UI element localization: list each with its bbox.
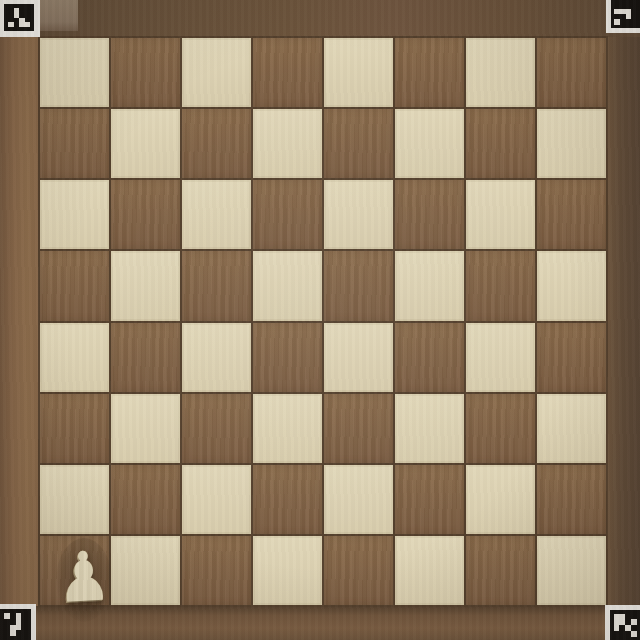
marker-cell [25,22,31,27]
square-c5[interactable] [182,251,251,320]
square-c7[interactable] [182,109,251,178]
square-e4[interactable] [324,323,393,392]
square-g2[interactable] [466,465,535,534]
aruco-marker-top-right-pattern [611,0,640,28]
square-a4[interactable] [40,323,109,392]
aruco-marker-bottom-left [0,604,36,640]
square-e8[interactable] [324,38,393,107]
aruco-marker-bottom-left-pattern [0,609,31,640]
square-b5[interactable] [111,251,180,320]
square-f4[interactable] [395,323,464,392]
square-g8[interactable] [466,38,535,107]
white-pawn[interactable]: ♟ [55,542,112,614]
square-e1[interactable] [324,536,393,605]
square-e5[interactable] [324,251,393,320]
square-c8[interactable] [182,38,251,107]
board-frame-right [607,37,640,606]
square-f6[interactable] [395,180,464,249]
square-h5[interactable] [537,251,606,320]
marker-cell [631,19,637,24]
square-a3[interactable] [40,394,109,463]
square-b1[interactable] [111,536,180,605]
square-f8[interactable] [395,38,464,107]
square-g5[interactable] [466,251,535,320]
square-g1[interactable] [466,536,535,605]
square-f2[interactable] [395,465,464,534]
square-e2[interactable] [324,465,393,534]
square-b4[interactable] [111,323,180,392]
square-e6[interactable] [324,180,393,249]
square-d3[interactable] [253,394,322,463]
aruco-marker-top-left-pattern [4,4,34,31]
aruco-marker-bottom-right-pattern [610,610,640,640]
aruco-marker-top-left [0,0,40,37]
square-d1[interactable] [253,536,322,605]
board-frame-top [0,0,640,37]
square-c3[interactable] [182,394,251,463]
chess-board: ♟ [38,36,608,607]
square-d2[interactable] [253,465,322,534]
aruco-marker-bottom-right [605,605,640,640]
square-a2[interactable] [40,465,109,534]
square-b2[interactable] [111,465,180,534]
square-h3[interactable] [537,394,606,463]
board-frame-left [0,37,39,606]
square-g3[interactable] [466,394,535,463]
square-h6[interactable] [537,180,606,249]
marker-cell [21,630,27,636]
square-b7[interactable] [111,109,180,178]
square-a7[interactable] [40,109,109,178]
square-c1[interactable] [182,536,251,605]
square-g7[interactable] [466,109,535,178]
square-b8[interactable] [111,38,180,107]
marker-cell [631,631,637,637]
square-a6[interactable] [40,180,109,249]
square-h7[interactable] [537,109,606,178]
square-h4[interactable] [537,323,606,392]
square-c2[interactable] [182,465,251,534]
square-d5[interactable] [253,251,322,320]
square-e3[interactable] [324,394,393,463]
square-b6[interactable] [111,180,180,249]
square-g4[interactable] [466,323,535,392]
square-f5[interactable] [395,251,464,320]
square-f3[interactable] [395,394,464,463]
square-d4[interactable] [253,323,322,392]
table-surface [38,0,78,31]
square-a1[interactable]: ♟ [40,536,109,605]
aruco-marker-top-right [606,0,640,33]
square-h2[interactable] [537,465,606,534]
square-h1[interactable] [537,536,606,605]
square-d6[interactable] [253,180,322,249]
square-c4[interactable] [182,323,251,392]
square-d8[interactable] [253,38,322,107]
square-f1[interactable] [395,536,464,605]
square-f7[interactable] [395,109,464,178]
square-b3[interactable] [111,394,180,463]
square-h8[interactable] [537,38,606,107]
square-d7[interactable] [253,109,322,178]
board-photo: { "game": "chess", "position": { "fen": … [0,0,640,640]
square-e7[interactable] [324,109,393,178]
square-g6[interactable] [466,180,535,249]
square-c6[interactable] [182,180,251,249]
square-a5[interactable] [40,251,109,320]
square-a8[interactable] [40,38,109,107]
